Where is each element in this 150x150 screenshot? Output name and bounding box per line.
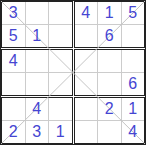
given-digit: 4: [9, 53, 18, 69]
given-digit: 6: [105, 28, 114, 44]
cell-r6c2[interactable]: 3: [26, 121, 49, 143]
cell-r4c5[interactable]: [98, 73, 121, 95]
cell-r4c4[interactable]: [75, 73, 98, 95]
given-digit: 1: [128, 101, 137, 117]
given-digit: 2: [9, 124, 18, 140]
given-digit: 4: [81, 5, 90, 21]
given-digit: 4: [32, 101, 41, 117]
cell-r3c5[interactable]: [98, 50, 121, 72]
cell-r4c1[interactable]: [2, 73, 25, 95]
sudoku-box-4: 6: [74, 49, 146, 96]
cell-r1c2[interactable]: [26, 2, 49, 24]
given-digit: 1: [105, 5, 114, 21]
given-digit: 1: [32, 28, 41, 44]
cell-r2c1[interactable]: 5: [2, 25, 25, 47]
sudoku-board: 3514156464231214: [0, 0, 146, 145]
sudoku-box-6: 214: [74, 97, 146, 144]
given-digit: 5: [128, 5, 137, 21]
cell-r6c5[interactable]: [98, 121, 121, 143]
given-digit: 3: [32, 124, 41, 140]
cell-r2c3[interactable]: [49, 25, 72, 47]
cell-r2c4[interactable]: [75, 25, 98, 47]
cell-r4c6[interactable]: 6: [122, 73, 145, 95]
sudoku-screenshot: 3514156464231214: [0, 0, 150, 150]
given-digit: 2: [105, 101, 114, 117]
cell-r1c5[interactable]: 1: [98, 2, 121, 24]
cell-r3c3[interactable]: [49, 50, 72, 72]
cell-r5c1[interactable]: [2, 98, 25, 120]
cell-r6c6[interactable]: 4: [122, 121, 145, 143]
cell-r1c1[interactable]: 3: [2, 2, 25, 24]
given-digit: 4: [128, 124, 137, 140]
cell-r1c4[interactable]: 4: [75, 2, 98, 24]
sudoku-box-5: 4231: [1, 97, 73, 144]
cell-r4c2[interactable]: [26, 73, 49, 95]
given-digit: 5: [9, 28, 18, 44]
cell-r3c6[interactable]: [122, 50, 145, 72]
cell-r2c6[interactable]: [122, 25, 145, 47]
cell-r2c5[interactable]: 6: [98, 25, 121, 47]
cell-r4c3[interactable]: [49, 73, 72, 95]
cell-r5c3[interactable]: [49, 98, 72, 120]
cell-r1c3[interactable]: [49, 2, 72, 24]
sudoku-box-3: 4: [1, 49, 73, 96]
cell-r2c2[interactable]: 1: [26, 25, 49, 47]
given-digit: 1: [56, 124, 65, 140]
cell-r5c2[interactable]: 4: [26, 98, 49, 120]
sudoku-box-2: 4156: [74, 1, 146, 48]
cell-r6c4[interactable]: [75, 121, 98, 143]
cell-r1c6[interactable]: 5: [122, 2, 145, 24]
sudoku-box-1: 351: [1, 1, 73, 48]
given-digit: 3: [9, 5, 18, 21]
cell-r5c5[interactable]: 2: [98, 98, 121, 120]
cell-r5c6[interactable]: 1: [122, 98, 145, 120]
cell-r3c1[interactable]: 4: [2, 50, 25, 72]
given-digit: 6: [128, 76, 137, 92]
cell-r3c4[interactable]: [75, 50, 98, 72]
cell-r6c1[interactable]: 2: [2, 121, 25, 143]
cell-r3c2[interactable]: [26, 50, 49, 72]
cell-r6c3[interactable]: 1: [49, 121, 72, 143]
cell-r5c4[interactable]: [75, 98, 98, 120]
